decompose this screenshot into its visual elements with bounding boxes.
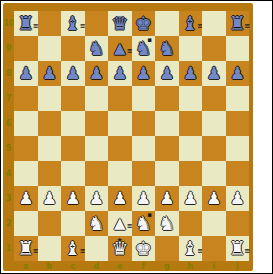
- file-label-d: d: [85, 261, 109, 271]
- square-a3[interactable]: ♟: [14, 186, 38, 211]
- piece-white-oliphant[interactable]: ♝≡: [179, 236, 203, 261]
- rank-labels: 10987654321: [3, 11, 14, 261]
- rank-label-4: 4: [3, 161, 14, 186]
- piece-white-king[interactable]: ♚: [132, 236, 156, 261]
- square-h6[interactable]: [179, 111, 203, 136]
- war-machine-marker-icon: ≡: [244, 248, 250, 255]
- piece-white-pawn[interactable]: ♟: [108, 186, 132, 211]
- square-h3[interactable]: ♟: [179, 186, 203, 211]
- rank-label-6: 6: [3, 111, 14, 136]
- rank-label-7: 7: [3, 86, 14, 111]
- square-b10[interactable]: [38, 11, 62, 36]
- piece-white-war-machine[interactable]: ♜≡: [14, 236, 38, 261]
- square-e10[interactable]: ♛★: [108, 11, 132, 36]
- square-i6[interactable]: [202, 111, 226, 136]
- square-g3[interactable]: ♟: [155, 186, 179, 211]
- piece-black-king[interactable]: ♚: [132, 11, 156, 36]
- square-f5[interactable]: [132, 136, 156, 161]
- piece-white-knight[interactable]: ♞: [155, 211, 179, 236]
- piece-black-pawn[interactable]: ♟: [179, 61, 203, 86]
- piece-black-shaman[interactable]: ▲≡: [108, 36, 132, 61]
- square-f6[interactable]: [132, 111, 156, 136]
- square-f7[interactable]: [132, 86, 156, 111]
- square-g9[interactable]: ♞: [155, 36, 179, 61]
- square-g7[interactable]: [155, 86, 179, 111]
- piece-black-pawn[interactable]: ♟: [226, 61, 250, 86]
- square-c4[interactable]: [61, 161, 85, 186]
- square-c6[interactable]: [61, 111, 85, 136]
- square-a10[interactable]: ♜≡: [14, 11, 38, 36]
- square-g4[interactable]: [155, 161, 179, 186]
- piece-black-hero[interactable]: ♞▪: [132, 36, 156, 61]
- file-label-i: i: [202, 261, 226, 271]
- general-marker-icon: ★: [117, 237, 123, 244]
- square-d9[interactable]: ♞: [85, 36, 109, 61]
- square-c2[interactable]: [61, 211, 85, 236]
- rank-label-10: 10: [3, 11, 14, 36]
- piece-black-knight[interactable]: ♞: [85, 36, 109, 61]
- square-d3[interactable]: ♟: [85, 186, 109, 211]
- piece-black-war-machine[interactable]: ♜≡: [226, 11, 250, 36]
- square-e7[interactable]: [108, 86, 132, 111]
- piece-black-pawn[interactable]: ♟: [38, 61, 62, 86]
- piece-black-oliphant[interactable]: ♝≡: [61, 11, 85, 36]
- square-a2[interactable]: [14, 211, 38, 236]
- piece-white-pawn[interactable]: ♟: [155, 186, 179, 211]
- piece-white-knight[interactable]: ♞: [85, 211, 109, 236]
- square-b7[interactable]: [38, 86, 62, 111]
- square-c1[interactable]: ♝≡: [61, 236, 85, 261]
- rank-label-8: 8: [3, 61, 14, 86]
- square-i10[interactable]: [202, 11, 226, 36]
- square-a8[interactable]: ♟: [14, 61, 38, 86]
- square-c5[interactable]: [61, 136, 85, 161]
- square-b1[interactable]: [38, 236, 62, 261]
- piece-white-pawn[interactable]: ♟: [61, 186, 85, 211]
- square-b4[interactable]: [38, 161, 62, 186]
- square-g5[interactable]: [155, 136, 179, 161]
- square-c7[interactable]: [61, 86, 85, 111]
- square-i4[interactable]: [202, 161, 226, 186]
- piece-white-pawn[interactable]: ♟: [179, 186, 203, 211]
- square-e5[interactable]: [108, 136, 132, 161]
- piece-white-pawn[interactable]: ♟: [14, 186, 38, 211]
- square-h1[interactable]: ♝≡: [179, 236, 203, 261]
- square-f2[interactable]: ♞▪: [132, 211, 156, 236]
- piece-white-pawn[interactable]: ♟: [132, 186, 156, 211]
- square-j7[interactable]: [226, 86, 250, 111]
- square-f1[interactable]: ♚: [132, 236, 156, 261]
- square-g10[interactable]: [155, 11, 179, 36]
- square-e8[interactable]: ♟: [108, 61, 132, 86]
- piece-black-general[interactable]: ♛★: [108, 11, 132, 36]
- piece-black-pawn[interactable]: ♟: [155, 61, 179, 86]
- piece-white-pawn[interactable]: ♟: [226, 186, 250, 211]
- piece-white-war-machine[interactable]: ♜≡: [226, 236, 250, 261]
- square-b5[interactable]: [38, 136, 62, 161]
- square-g8[interactable]: ♟: [155, 61, 179, 86]
- square-c8[interactable]: ♟: [61, 61, 85, 86]
- square-i2[interactable]: [202, 211, 226, 236]
- square-h2[interactable]: [179, 211, 203, 236]
- square-a1[interactable]: ♜≡: [14, 236, 38, 261]
- file-label-a: a: [14, 261, 38, 271]
- square-j8[interactable]: ♟: [226, 61, 250, 86]
- piece-black-pawn[interactable]: ♟: [85, 61, 109, 86]
- square-e6[interactable]: [108, 111, 132, 136]
- square-d6[interactable]: [85, 111, 109, 136]
- square-j9[interactable]: [226, 36, 250, 61]
- square-a7[interactable]: [14, 86, 38, 111]
- square-c9[interactable]: [61, 36, 85, 61]
- file-label-g: g: [155, 261, 179, 271]
- piece-black-pawn[interactable]: ♟: [61, 61, 85, 86]
- square-j3[interactable]: ♟: [226, 186, 250, 211]
- piece-white-pawn[interactable]: ♟: [38, 186, 62, 211]
- square-h5[interactable]: [179, 136, 203, 161]
- square-j5[interactable]: [226, 136, 250, 161]
- file-label-f: f: [132, 261, 156, 271]
- hero-marker-icon: ▪: [147, 37, 152, 44]
- square-f9[interactable]: ♞▪: [132, 36, 156, 61]
- square-d4[interactable]: [85, 161, 109, 186]
- square-h8[interactable]: ♟: [179, 61, 203, 86]
- hero-marker-icon: ▪: [147, 212, 152, 219]
- square-j1[interactable]: ♜≡: [226, 236, 250, 261]
- piece-black-oliphant[interactable]: ♝≡: [179, 11, 203, 36]
- square-i7[interactable]: [202, 86, 226, 111]
- square-e4[interactable]: [108, 161, 132, 186]
- rank-label-5: 5: [3, 136, 14, 161]
- square-i5[interactable]: [202, 136, 226, 161]
- file-label-c: c: [61, 261, 85, 271]
- square-d1[interactable]: [85, 236, 109, 261]
- square-a5[interactable]: [14, 136, 38, 161]
- piece-black-pawn[interactable]: ♟: [108, 61, 132, 86]
- board-frame: 10987654321 ♜≡♝≡♛★♚♝≡♜≡♞▲≡♞▪♞♟♟♟♟♟♟♟♟♟♟♟…: [3, 3, 253, 271]
- piece-white-general[interactable]: ♛★: [108, 236, 132, 261]
- file-label-e: e: [108, 261, 132, 271]
- board-grid[interactable]: ♜≡♝≡♛★♚♝≡♜≡♞▲≡♞▪♞♟♟♟♟♟♟♟♟♟♟♟♟♟♟♟♟♟♟♟♟♞▲≡…: [14, 11, 249, 261]
- piece-black-knight[interactable]: ♞: [155, 36, 179, 61]
- square-b3[interactable]: ♟: [38, 186, 62, 211]
- square-i9[interactable]: [202, 36, 226, 61]
- square-f10[interactable]: ♚: [132, 11, 156, 36]
- square-d2[interactable]: ♞: [85, 211, 109, 236]
- piece-black-pawn[interactable]: ♟: [202, 61, 226, 86]
- square-d7[interactable]: [85, 86, 109, 111]
- piece-white-pawn[interactable]: ♟: [202, 186, 226, 211]
- square-e1[interactable]: ♛★: [108, 236, 132, 261]
- piece-white-oliphant[interactable]: ♝≡: [61, 236, 85, 261]
- file-label-h: h: [179, 261, 203, 271]
- file-label-b: b: [38, 261, 62, 271]
- piece-white-hero[interactable]: ♞▪: [132, 211, 156, 236]
- square-j2[interactable]: [226, 211, 250, 236]
- square-i1[interactable]: [202, 236, 226, 261]
- rank-label-9: 9: [3, 36, 14, 61]
- square-j4[interactable]: [226, 161, 250, 186]
- square-h7[interactable]: [179, 86, 203, 111]
- war-machine-marker-icon: ≡: [244, 23, 250, 30]
- square-h9[interactable]: [179, 36, 203, 61]
- square-c10[interactable]: ♝≡: [61, 11, 85, 36]
- square-h4[interactable]: [179, 161, 203, 186]
- square-h10[interactable]: ♝≡: [179, 11, 203, 36]
- piece-black-war-machine[interactable]: ♜≡: [14, 11, 38, 36]
- piece-black-pawn[interactable]: ♟: [132, 61, 156, 86]
- square-a4[interactable]: [14, 161, 38, 186]
- square-f3[interactable]: ♟: [132, 186, 156, 211]
- general-marker-icon: ★: [117, 12, 123, 19]
- square-a6[interactable]: [14, 111, 38, 136]
- square-d10[interactable]: [85, 11, 109, 36]
- square-g2[interactable]: ♞: [155, 211, 179, 236]
- square-g1[interactable]: [155, 236, 179, 261]
- square-j6[interactable]: [226, 111, 250, 136]
- rank-label-2: 2: [3, 211, 14, 236]
- rank-label-1: 1: [3, 236, 14, 261]
- square-b9[interactable]: [38, 36, 62, 61]
- piece-black-pawn[interactable]: ♟: [14, 61, 38, 86]
- piece-white-pawn[interactable]: ♟: [85, 186, 109, 211]
- square-e2[interactable]: ▲≡: [108, 211, 132, 236]
- square-a9[interactable]: [14, 36, 38, 61]
- square-e3[interactable]: ♟: [108, 186, 132, 211]
- square-b8[interactable]: ♟: [38, 61, 62, 86]
- file-labels: abcdefghij: [14, 261, 249, 271]
- piece-white-shaman[interactable]: ▲≡: [108, 211, 132, 236]
- file-label-j: j: [226, 261, 250, 271]
- square-b6[interactable]: [38, 111, 62, 136]
- square-d5[interactable]: [85, 136, 109, 161]
- game-window: 10987654321 ♜≡♝≡♛★♚♝≡♜≡♞▲≡♞▪♞♟♟♟♟♟♟♟♟♟♟♟…: [0, 0, 273, 274]
- rank-label-3: 3: [3, 186, 14, 211]
- square-f4[interactable]: [132, 161, 156, 186]
- square-e9[interactable]: ▲≡: [108, 36, 132, 61]
- square-i3[interactable]: ♟: [202, 186, 226, 211]
- square-g6[interactable]: [155, 111, 179, 136]
- square-b2[interactable]: [38, 211, 62, 236]
- square-c3[interactable]: ♟: [61, 186, 85, 211]
- square-f8[interactable]: ♟: [132, 61, 156, 86]
- square-d8[interactable]: ♟: [85, 61, 109, 86]
- square-i8[interactable]: ♟: [202, 61, 226, 86]
- square-j10[interactable]: ♜≡: [226, 11, 250, 36]
